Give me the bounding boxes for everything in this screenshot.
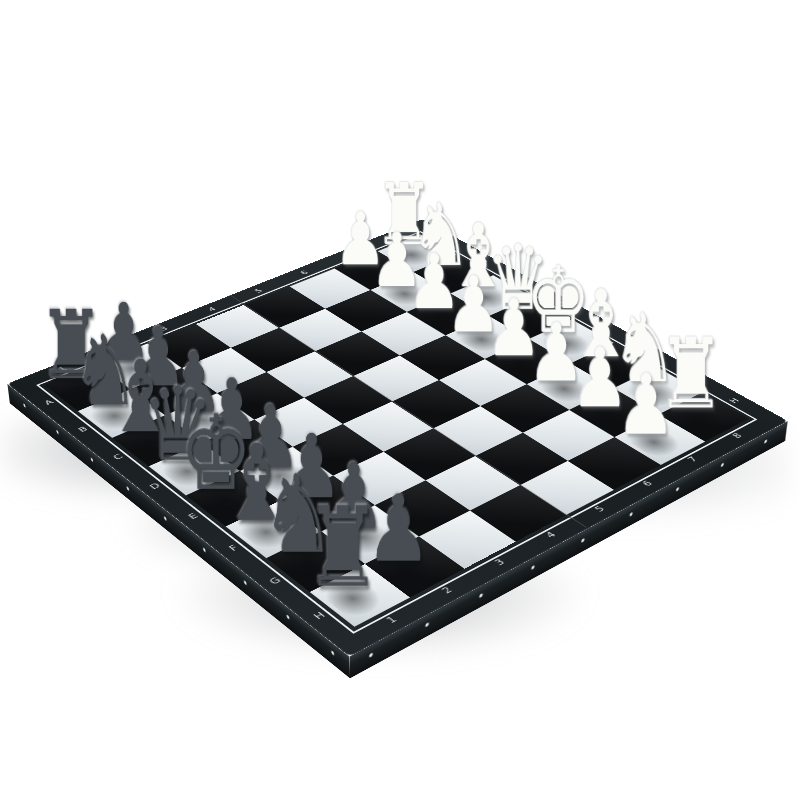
file-label-near-a: A <box>40 397 59 408</box>
chess-board: AABBCCDDEEFFGGHH1122334455667788 ♜♞♝♛♚♝♞… <box>44 235 748 628</box>
file-label-near-b: B <box>73 424 93 435</box>
scene: AABBCCDDEEFFGGHH1122334455667788 ♜♞♝♛♚♝♞… <box>0 0 800 800</box>
rank-label-near-4: 4 <box>540 529 562 542</box>
file-label-near-g: G <box>265 574 287 588</box>
file-label-near-e: E <box>183 510 204 523</box>
rank-label-near-6: 6 <box>637 478 658 490</box>
rank-label-near-7: 7 <box>683 454 704 466</box>
file-label-near-c: C <box>108 451 128 463</box>
board-squares: ♜♞♝♛♚♝♞♜♟♟♟♟♟♟♟♟♟♟♟♟♟♟♟♟♜♞♝♛♚♝♞♜ <box>44 234 748 627</box>
white-pawn: ♟ <box>601 362 691 446</box>
rank-label-near-3: 3 <box>489 556 511 570</box>
rank-label-near-5: 5 <box>590 503 612 516</box>
rank-label-near-8: 8 <box>727 430 748 441</box>
file-label-near-f: F <box>223 542 245 555</box>
rank-label-near-1: 1 <box>381 613 404 628</box>
rank-label-far-5: 5 <box>250 286 268 295</box>
rank-label-far-4: 4 <box>203 305 221 314</box>
file-label-near-h: H <box>308 609 331 624</box>
rank-label-far-6: 6 <box>296 268 314 277</box>
rank-label-near-2: 2 <box>436 584 459 598</box>
file-label-near-d: D <box>145 480 166 492</box>
black-rook: ♜ <box>293 493 394 604</box>
